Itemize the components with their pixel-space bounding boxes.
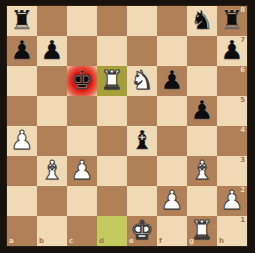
piece-white-bishop[interactable]: ♝ — [37, 156, 67, 186]
square-b2[interactable] — [37, 186, 67, 216]
piece-black-pawn[interactable]: ♟ — [217, 36, 247, 66]
square-b8[interactable] — [37, 6, 67, 36]
square-g4[interactable] — [187, 126, 217, 156]
square-h6[interactable]: 6 — [217, 66, 247, 96]
square-a6[interactable] — [7, 66, 37, 96]
piece-white-pawn[interactable]: ♟ — [157, 186, 187, 216]
square-g5[interactable]: ♟ — [187, 96, 217, 126]
square-c2[interactable] — [67, 186, 97, 216]
square-f5[interactable] — [157, 96, 187, 126]
square-e6[interactable]: ♞ — [127, 66, 157, 96]
coord-rank-1: 1 — [240, 217, 245, 224]
square-a8[interactable]: ♜ — [7, 6, 37, 36]
square-h8[interactable]: ♜8 — [217, 6, 247, 36]
square-e1[interactable]: ♚e — [127, 216, 157, 246]
square-e5[interactable] — [127, 96, 157, 126]
square-f1[interactable]: f — [157, 216, 187, 246]
square-f4[interactable] — [157, 126, 187, 156]
square-d5[interactable] — [97, 96, 127, 126]
coord-rank-6: 6 — [240, 67, 245, 74]
square-h1[interactable]: h1 — [217, 216, 247, 246]
chess-board-screenshot: ♜♞♜8♟♟♟7♚♜♞♟6♟5♟♝4♝♟♝3♟♟2abcd♚ef♜gh1 — [0, 0, 255, 253]
piece-black-bishop[interactable]: ♝ — [127, 126, 157, 156]
square-b1[interactable]: b — [37, 216, 67, 246]
square-d2[interactable] — [97, 186, 127, 216]
piece-black-pawn[interactable]: ♟ — [157, 66, 187, 96]
piece-white-pawn[interactable]: ♟ — [7, 126, 37, 156]
square-g6[interactable] — [187, 66, 217, 96]
chess-board: ♜♞♜8♟♟♟7♚♜♞♟6♟5♟♝4♝♟♝3♟♟2abcd♚ef♜gh1 — [7, 6, 247, 246]
square-d8[interactable] — [97, 6, 127, 36]
square-e4[interactable]: ♝ — [127, 126, 157, 156]
square-g7[interactable] — [187, 36, 217, 66]
square-a4[interactable]: ♟ — [7, 126, 37, 156]
square-g3[interactable]: ♝ — [187, 156, 217, 186]
square-d3[interactable] — [97, 156, 127, 186]
square-b3[interactable]: ♝ — [37, 156, 67, 186]
coord-rank-4: 4 — [240, 127, 245, 134]
square-b5[interactable] — [37, 96, 67, 126]
square-a1[interactable]: a — [7, 216, 37, 246]
coord-file-h: h — [219, 238, 224, 245]
coord-file-a: a — [9, 238, 14, 245]
square-c6[interactable]: ♚ — [67, 66, 97, 96]
square-e3[interactable] — [127, 156, 157, 186]
square-d4[interactable] — [97, 126, 127, 156]
square-c8[interactable] — [67, 6, 97, 36]
square-a2[interactable] — [7, 186, 37, 216]
square-b6[interactable] — [37, 66, 67, 96]
square-b7[interactable]: ♟ — [37, 36, 67, 66]
coord-file-c: c — [69, 238, 73, 245]
piece-black-rook[interactable]: ♜ — [217, 6, 247, 36]
square-c4[interactable] — [67, 126, 97, 156]
coord-file-d: d — [99, 238, 104, 245]
square-a5[interactable] — [7, 96, 37, 126]
square-g2[interactable] — [187, 186, 217, 216]
square-h7[interactable]: ♟7 — [217, 36, 247, 66]
piece-white-pawn[interactable]: ♟ — [67, 156, 97, 186]
square-h3[interactable]: 3 — [217, 156, 247, 186]
square-a3[interactable] — [7, 156, 37, 186]
piece-white-rook[interactable]: ♜ — [97, 66, 127, 96]
square-e2[interactable] — [127, 186, 157, 216]
square-d6[interactable]: ♜ — [97, 66, 127, 96]
square-g1[interactable]: ♜g — [187, 216, 217, 246]
piece-white-bishop[interactable]: ♝ — [187, 156, 217, 186]
square-e8[interactable] — [127, 6, 157, 36]
piece-black-rook[interactable]: ♜ — [7, 6, 37, 36]
square-c1[interactable]: c — [67, 216, 97, 246]
square-g8[interactable]: ♞ — [187, 6, 217, 36]
square-a7[interactable]: ♟ — [7, 36, 37, 66]
square-h5[interactable]: 5 — [217, 96, 247, 126]
square-f6[interactable]: ♟ — [157, 66, 187, 96]
square-f2[interactable]: ♟ — [157, 186, 187, 216]
coord-file-b: b — [39, 238, 44, 245]
piece-white-pawn[interactable]: ♟ — [217, 186, 247, 216]
piece-white-rook[interactable]: ♜ — [187, 216, 217, 246]
piece-white-king[interactable]: ♚ — [127, 216, 157, 246]
piece-black-knight[interactable]: ♞ — [187, 6, 217, 36]
piece-white-knight[interactable]: ♞ — [127, 66, 157, 96]
square-c5[interactable] — [67, 96, 97, 126]
coord-rank-5: 5 — [240, 97, 245, 104]
square-b4[interactable] — [37, 126, 67, 156]
square-f8[interactable] — [157, 6, 187, 36]
square-c7[interactable] — [67, 36, 97, 66]
piece-black-pawn[interactable]: ♟ — [187, 96, 217, 126]
square-f3[interactable] — [157, 156, 187, 186]
coord-rank-3: 3 — [240, 157, 245, 164]
piece-black-pawn[interactable]: ♟ — [7, 36, 37, 66]
square-c3[interactable]: ♟ — [67, 156, 97, 186]
square-e7[interactable] — [127, 36, 157, 66]
coord-file-f: f — [159, 238, 162, 245]
square-d7[interactable] — [97, 36, 127, 66]
square-h2[interactable]: ♟2 — [217, 186, 247, 216]
square-d1[interactable]: d — [97, 216, 127, 246]
square-f7[interactable] — [157, 36, 187, 66]
piece-black-pawn[interactable]: ♟ — [37, 36, 67, 66]
square-h4[interactable]: 4 — [217, 126, 247, 156]
piece-black-king[interactable]: ♚ — [67, 66, 97, 96]
